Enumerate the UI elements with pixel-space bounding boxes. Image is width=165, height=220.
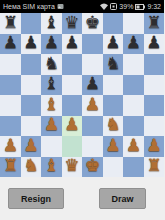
square-d7[interactable]: ♟ bbox=[62, 34, 83, 55]
square-c7[interactable]: ♟ bbox=[41, 34, 62, 55]
white-pawn: ♟ bbox=[126, 137, 141, 154]
square-h5[interactable] bbox=[144, 75, 165, 96]
battery-icon bbox=[135, 4, 145, 10]
white-pawn: ♟ bbox=[105, 137, 120, 154]
square-d5[interactable] bbox=[62, 75, 83, 96]
square-c1[interactable]: ♝ bbox=[41, 157, 62, 178]
square-a2[interactable]: ♟ bbox=[0, 136, 21, 157]
square-b4[interactable] bbox=[21, 95, 42, 116]
square-d8[interactable]: ♛ bbox=[62, 13, 83, 34]
square-e1[interactable]: ♚ bbox=[82, 157, 103, 178]
clock-time: 9:32 bbox=[147, 0, 161, 13]
square-a7[interactable]: ♟ bbox=[0, 34, 21, 55]
chess-board: ♜♝♛♚♜♟♟♟♟♟♟♟♞♞♝♟♝♟♟♟♞♟♟♟♟♟♜♞♝♛♚♜ bbox=[0, 13, 164, 177]
white-pawn: ♟ bbox=[146, 137, 161, 154]
black-pawn: ♟ bbox=[105, 34, 120, 51]
wifi-icon bbox=[100, 3, 108, 10]
square-f8[interactable] bbox=[103, 13, 124, 34]
square-e2[interactable] bbox=[82, 136, 103, 157]
square-c3[interactable]: ♟ bbox=[41, 116, 62, 137]
square-h8[interactable]: ♜ bbox=[144, 13, 165, 34]
square-a4[interactable] bbox=[0, 95, 21, 116]
black-pawn: ♟ bbox=[64, 34, 79, 51]
square-f1[interactable] bbox=[103, 157, 124, 178]
square-e8[interactable]: ♚ bbox=[82, 13, 103, 34]
square-d4[interactable] bbox=[62, 95, 83, 116]
draw-button[interactable]: Draw bbox=[99, 188, 146, 209]
square-b6[interactable] bbox=[21, 54, 42, 75]
white-bishop: ♝ bbox=[44, 157, 59, 174]
white-queen: ♛ bbox=[64, 157, 79, 174]
square-e7[interactable] bbox=[82, 34, 103, 55]
black-queen: ♛ bbox=[64, 14, 79, 31]
square-f2[interactable]: ♟ bbox=[103, 136, 124, 157]
square-h3[interactable] bbox=[144, 116, 165, 137]
black-pawn: ♟ bbox=[126, 34, 141, 51]
black-bishop: ♝ bbox=[44, 14, 59, 31]
photo-icon bbox=[57, 3, 64, 10]
white-pawn: ♟ bbox=[85, 96, 100, 113]
square-c5[interactable]: ♝ bbox=[41, 75, 62, 96]
white-king: ♚ bbox=[85, 157, 100, 174]
square-c2[interactable] bbox=[41, 136, 62, 157]
white-pawn: ♟ bbox=[3, 137, 18, 154]
square-d6[interactable] bbox=[62, 54, 83, 75]
square-g5[interactable] bbox=[123, 75, 144, 96]
square-h4[interactable] bbox=[144, 95, 165, 116]
square-a6[interactable] bbox=[0, 54, 21, 75]
white-rook: ♜ bbox=[3, 157, 18, 174]
black-king: ♚ bbox=[85, 14, 100, 31]
black-rook: ♜ bbox=[146, 14, 161, 31]
square-b3[interactable] bbox=[21, 116, 42, 137]
square-g1[interactable] bbox=[123, 157, 144, 178]
carrier-text: Нема SIM карта bbox=[3, 0, 55, 13]
square-b8[interactable] bbox=[21, 13, 42, 34]
black-pawn: ♟ bbox=[85, 75, 100, 92]
square-h2[interactable]: ♟ bbox=[144, 136, 165, 157]
black-pawn: ♟ bbox=[146, 34, 161, 51]
black-bishop: ♝ bbox=[44, 75, 59, 92]
resign-button[interactable]: Resign bbox=[8, 188, 64, 209]
white-pawn: ♟ bbox=[23, 137, 38, 154]
square-b1[interactable]: ♞ bbox=[21, 157, 42, 178]
square-g8[interactable] bbox=[123, 13, 144, 34]
square-b2[interactable]: ♟ bbox=[21, 136, 42, 157]
white-knight: ♞ bbox=[105, 116, 120, 133]
battery-percent: 39% bbox=[119, 0, 133, 13]
white-knight: ♞ bbox=[23, 157, 38, 174]
game-controls: Resign Draw bbox=[0, 177, 164, 220]
white-bishop: ♝ bbox=[44, 96, 59, 113]
square-c4[interactable]: ♝ bbox=[41, 95, 62, 116]
square-e5[interactable]: ♟ bbox=[82, 75, 103, 96]
black-knight: ♞ bbox=[105, 55, 120, 72]
white-pawn: ♟ bbox=[64, 116, 79, 133]
white-rook: ♜ bbox=[146, 157, 161, 174]
square-d1[interactable]: ♛ bbox=[62, 157, 83, 178]
square-g4[interactable] bbox=[123, 95, 144, 116]
square-a1[interactable]: ♜ bbox=[0, 157, 21, 178]
square-f3[interactable]: ♞ bbox=[103, 116, 124, 137]
black-knight: ♞ bbox=[44, 55, 59, 72]
square-c6[interactable]: ♞ bbox=[41, 54, 62, 75]
square-b5[interactable] bbox=[21, 75, 42, 96]
square-d3[interactable]: ♟ bbox=[62, 116, 83, 137]
black-pawn: ♟ bbox=[3, 34, 18, 51]
square-h1[interactable]: ♜ bbox=[144, 157, 165, 178]
status-bar: Нема SIM карта 39% 9:32 bbox=[0, 0, 164, 13]
square-c8[interactable]: ♝ bbox=[41, 13, 62, 34]
square-b7[interactable]: ♟ bbox=[21, 34, 42, 55]
white-pawn: ♟ bbox=[44, 116, 59, 133]
square-g6[interactable] bbox=[123, 54, 144, 75]
square-g7[interactable]: ♟ bbox=[123, 34, 144, 55]
square-g3[interactable] bbox=[123, 116, 144, 137]
square-g2[interactable]: ♟ bbox=[123, 136, 144, 157]
square-e6[interactable] bbox=[82, 54, 103, 75]
square-f7[interactable]: ♟ bbox=[103, 34, 124, 55]
square-f4[interactable] bbox=[103, 95, 124, 116]
square-h7[interactable]: ♟ bbox=[144, 34, 165, 55]
square-d2[interactable] bbox=[62, 136, 83, 157]
square-f5[interactable] bbox=[103, 75, 124, 96]
square-h6[interactable] bbox=[144, 54, 165, 75]
square-e4[interactable]: ♟ bbox=[82, 95, 103, 116]
black-pawn: ♟ bbox=[23, 34, 38, 51]
square-f6[interactable]: ♞ bbox=[103, 54, 124, 75]
black-rook: ♜ bbox=[3, 14, 18, 31]
square-e3[interactable] bbox=[82, 116, 103, 137]
square-a8[interactable]: ♜ bbox=[0, 13, 21, 34]
screenshot-icon bbox=[110, 3, 117, 10]
square-a5[interactable] bbox=[0, 75, 21, 96]
black-pawn: ♟ bbox=[44, 34, 59, 51]
square-a3[interactable] bbox=[0, 116, 21, 137]
